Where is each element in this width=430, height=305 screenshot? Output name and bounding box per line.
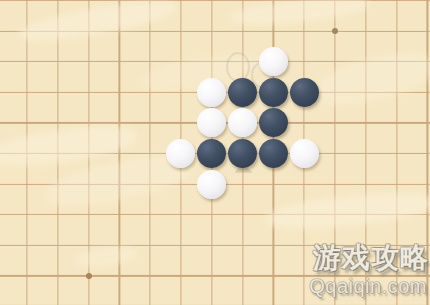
intersection-9-1[interactable] [289,16,320,47]
intersection-6-8[interactable] [196,230,227,261]
black-stone [197,139,226,168]
intersection-10-5[interactable] [320,138,351,169]
intersection-9-7[interactable] [289,199,320,230]
intersection-7-9[interactable] [227,261,258,292]
intersection-4-6[interactable] [135,169,166,200]
intersection-3-5[interactable] [104,138,135,169]
intersection-9-6[interactable] [289,169,320,200]
white-stone [290,139,319,168]
intersection-9-4[interactable] [289,108,320,139]
intersection-4-5[interactable] [135,138,166,169]
intersection-0-0[interactable] [12,0,43,16]
intersection-6-3[interactable] [196,77,227,108]
intersection-8-6[interactable] [258,169,289,200]
intersection-1-7[interactable] [42,199,73,230]
intersection-6-5[interactable] [196,138,227,169]
intersection-7-7[interactable] [227,199,258,230]
intersection-0-6[interactable] [12,169,43,200]
intersection-1-0[interactable] [42,0,73,16]
intersection-7-0[interactable] [227,0,258,16]
intersection-11-0[interactable] [350,0,381,16]
intersection-2-8[interactable] [73,230,104,261]
intersection-0-3[interactable] [12,77,43,108]
intersection-3-8[interactable] [104,230,135,261]
intersection-11-5[interactable] [350,138,381,169]
intersection-8-7[interactable] [258,199,289,230]
intersection-10-3[interactable] [320,77,351,108]
intersection-0-1[interactable] [12,16,43,47]
intersection-5-9[interactable] [166,261,197,292]
intersection-2-9[interactable] [73,261,104,292]
intersection-0-4[interactable] [12,108,43,139]
intersection-9-2[interactable] [289,46,320,77]
intersection-7-1[interactable] [227,16,258,47]
intersection-9-0[interactable] [289,0,320,16]
black-stone [259,139,288,168]
intersection-0-9[interactable] [12,261,43,292]
intersection-11-2[interactable] [350,46,381,77]
intersection-0-5[interactable] [12,138,43,169]
intersection-5-0[interactable] [166,0,197,16]
intersection-13-2[interactable] [412,46,430,77]
intersection-8-8[interactable] [258,230,289,261]
intersection-4-1[interactable] [135,16,166,47]
intersection-3-6[interactable] [104,169,135,200]
intersection-6-4[interactable] [196,108,227,139]
intersection-4-9[interactable] [135,261,166,292]
intersection-0-8[interactable] [12,230,43,261]
intersection-8-9[interactable] [258,261,289,292]
intersection-2-7[interactable] [73,199,104,230]
intersection-9-3[interactable] [289,77,320,108]
intersection-4-7[interactable] [135,199,166,230]
intersection-13-3[interactable] [412,77,430,108]
intersection-11-7[interactable] [350,199,381,230]
intersection-5-3[interactable] [166,77,197,108]
intersection-4-8[interactable] [135,230,166,261]
intersection-7-6[interactable] [227,169,258,200]
intersection-3-1[interactable] [104,16,135,47]
white-stone [259,47,288,76]
white-stone [197,170,226,199]
white-stone [166,139,195,168]
intersection-5-6[interactable] [166,169,197,200]
intersection-12-1[interactable] [381,16,412,47]
intersection-9-5[interactable] [289,138,320,169]
intersection-10-1[interactable] [320,16,351,47]
intersection-4-3[interactable] [135,77,166,108]
intersection-3-2[interactable] [104,46,135,77]
intersection-12-0[interactable] [381,0,412,16]
intersection-6-0[interactable] [196,0,227,16]
intersection-11-1[interactable] [350,16,381,47]
white-stone [228,108,257,137]
intersection-3-4[interactable] [104,108,135,139]
intersection-13-5[interactable] [412,138,430,169]
intersection-6-1[interactable] [196,16,227,47]
intersection-0-2[interactable] [12,46,43,77]
intersection-7-3[interactable] [227,77,258,108]
intersection-4-2[interactable] [135,46,166,77]
intersection-11-3[interactable] [350,77,381,108]
intersection-11-4[interactable] [350,108,381,139]
intersection-2-2[interactable] [73,46,104,77]
intersection-5-8[interactable] [166,230,197,261]
intersection-1-9[interactable] [42,261,73,292]
intersection-5-5[interactable] [166,138,197,169]
intersection-10-2[interactable] [320,46,351,77]
intersection-12-6[interactable] [381,169,412,200]
intersection-12-2[interactable] [381,46,412,77]
white-stone [197,78,226,107]
intersection-13-6[interactable] [412,169,430,200]
intersection-3-9[interactable] [104,261,135,292]
intersection-13-7[interactable] [412,199,430,230]
intersection-8-1[interactable] [258,16,289,47]
intersection-13-4[interactable] [412,108,430,139]
intersection-1-1[interactable] [42,16,73,47]
intersection-2-4[interactable] [73,108,104,139]
intersection-1-4[interactable] [42,108,73,139]
intersection-7-4[interactable] [227,108,258,139]
intersection-5-7[interactable] [166,199,197,230]
intersection-1-2[interactable] [42,46,73,77]
intersection-13-0[interactable] [412,0,430,16]
intersection-2-1[interactable] [73,16,104,47]
black-stone [259,78,288,107]
intersection-12-3[interactable] [381,77,412,108]
intersection-2-0[interactable] [73,0,104,16]
intersection-1-6[interactable] [42,169,73,200]
intersection-4-0[interactable] [135,0,166,16]
intersection-12-4[interactable] [381,108,412,139]
intersection-6-9[interactable] [196,261,227,292]
watermark-title: 游戏攻略 [313,239,429,277]
intersection-6-6[interactable] [196,169,227,200]
intersection-0-7[interactable] [12,199,43,230]
black-stone [228,139,257,168]
intersection-7-8[interactable] [227,230,258,261]
intersection-1-5[interactable] [42,138,73,169]
intersection-8-4[interactable] [258,108,289,139]
intersection-10-0[interactable] [320,0,351,16]
black-stone [228,78,257,107]
intersection-13-1[interactable] [412,16,430,47]
intersection-11-6[interactable] [350,169,381,200]
intersection-7-2[interactable] [227,46,258,77]
intersection-3-3[interactable] [104,77,135,108]
intersection-3-0[interactable] [104,0,135,16]
intersection-2-3[interactable] [73,77,104,108]
intersection-4-4[interactable] [135,108,166,139]
intersection-8-0[interactable] [258,0,289,16]
intersection-12-5[interactable] [381,138,412,169]
intersection-10-7[interactable] [320,199,351,230]
intersection-5-4[interactable] [166,108,197,139]
black-stone [290,78,319,107]
watermark-site-url: Qqaiqin.com [309,275,427,298]
intersection-5-1[interactable] [166,16,197,47]
white-stone [197,108,226,137]
intersection-7-5[interactable] [227,138,258,169]
black-stone [259,108,288,137]
intersection-8-5[interactable] [258,138,289,169]
intersection-8-3[interactable] [258,77,289,108]
intersection-1-3[interactable] [42,77,73,108]
gomoku-board-screenshot: 游戏攻略 Qqaiqin.com [0,0,430,305]
intersection-10-6[interactable] [320,169,351,200]
intersection-10-4[interactable] [320,108,351,139]
intersection-8-2[interactable] [258,46,289,77]
intersection-2-5[interactable] [73,138,104,169]
intersection-1-8[interactable] [42,230,73,261]
intersection-2-6[interactable] [73,169,104,200]
intersection-5-2[interactable] [166,46,197,77]
intersection-6-7[interactable] [196,199,227,230]
intersection-6-2[interactable] [196,46,227,77]
intersection-12-7[interactable] [381,199,412,230]
intersection-3-7[interactable] [104,199,135,230]
